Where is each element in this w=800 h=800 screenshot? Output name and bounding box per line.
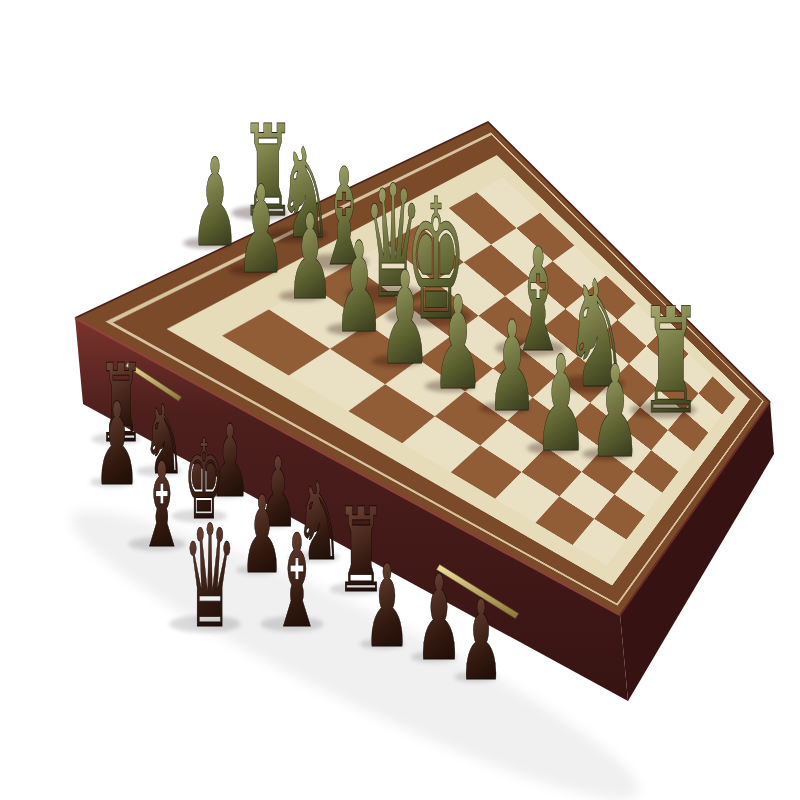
scene: ♜♞♟♝♟♛♟♚♟♝♟♞♟♟♜♟♟♜♞♟♟♚♟♝♞♟♜♛♝♟♟♟ [0,0,800,800]
copper-piece-pawn: ♟ [94,378,140,511]
piece-shadow [128,537,185,551]
piece-shadow [205,489,244,499]
copper-piece-queen: ♛ [183,494,236,660]
piece-shadow [454,672,497,683]
copper-piece-pawn: ♟ [210,403,250,519]
piece-shadow [90,477,135,488]
copper-piece-king: ♚ [184,417,223,544]
piece-shadow [261,616,324,631]
piece-shadow [288,551,340,564]
copper-piece-pawn: ♟ [415,549,463,687]
copper-piece-rook: ♜ [336,483,386,619]
copper-piece-knight: ♞ [143,384,185,496]
piece-shadow [92,433,141,445]
piece-shadow [360,639,405,650]
copper-piece-rook: ♜ [98,342,144,467]
board-grid [222,178,735,566]
piece-shadow [254,519,292,528]
copper-piece-pawn: ♟ [259,437,298,549]
piece-shadow [231,206,288,220]
piece-shadow [136,465,182,476]
chess-board [75,122,770,615]
copper-piece-knight: ♞ [295,460,342,584]
maple-band [167,155,750,585]
piece-shadow [236,565,278,575]
piece-shadow [329,583,382,596]
piece-shadow [411,651,457,662]
copper-piece-bishop: ♝ [271,506,323,657]
copper-piece-pawn: ♟ [240,473,283,598]
brass-hinge [436,564,518,618]
piece-shadow [171,509,227,523]
copper-piece-bishop: ♝ [138,438,185,573]
piece-shadow [169,615,240,632]
copper-piece-pawn: ♟ [459,576,504,705]
copper-piece-pawn: ♟ [364,540,410,673]
